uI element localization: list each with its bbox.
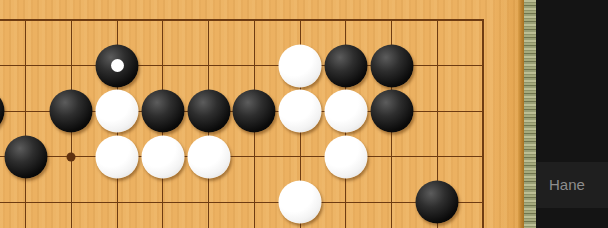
stone-white-P18 bbox=[279, 44, 322, 87]
grid-line-vertical bbox=[482, 19, 484, 228]
stone-white-Q17 bbox=[324, 90, 367, 133]
grid-line-horizontal bbox=[0, 19, 484, 21]
stone-white-Q16 bbox=[324, 135, 367, 178]
board-side-bamboo-texture bbox=[524, 0, 536, 228]
stone-black-K17 bbox=[50, 90, 93, 133]
stone-black-S15 bbox=[416, 181, 459, 224]
grid-line-vertical bbox=[25, 19, 26, 228]
stone-white-N16 bbox=[187, 135, 230, 178]
side-panel: Hane bbox=[536, 0, 608, 228]
move-name-label: Hane bbox=[536, 162, 608, 208]
stone-white-M16 bbox=[141, 135, 184, 178]
move-name-row[interactable]: Hane bbox=[536, 162, 608, 208]
stone-black-L18 bbox=[96, 44, 139, 87]
stone-black-M17 bbox=[141, 90, 184, 133]
goban[interactable] bbox=[0, 0, 536, 228]
stone-black-R17 bbox=[370, 90, 413, 133]
stone-white-L17 bbox=[96, 90, 139, 133]
stone-black-N17 bbox=[187, 90, 230, 133]
stone-black-H17 bbox=[0, 90, 4, 133]
stone-white-L16 bbox=[96, 135, 139, 178]
stone-black-R18 bbox=[370, 44, 413, 87]
grid-line-horizontal bbox=[0, 202, 484, 203]
last-move-marker bbox=[111, 59, 124, 72]
star-point bbox=[67, 152, 76, 161]
stone-black-Q18 bbox=[324, 44, 367, 87]
stone-black-J16 bbox=[4, 135, 47, 178]
go-app-window: Hane bbox=[0, 0, 608, 228]
stone-black-O17 bbox=[233, 90, 276, 133]
stone-white-P17 bbox=[279, 90, 322, 133]
stone-white-P15 bbox=[279, 181, 322, 224]
